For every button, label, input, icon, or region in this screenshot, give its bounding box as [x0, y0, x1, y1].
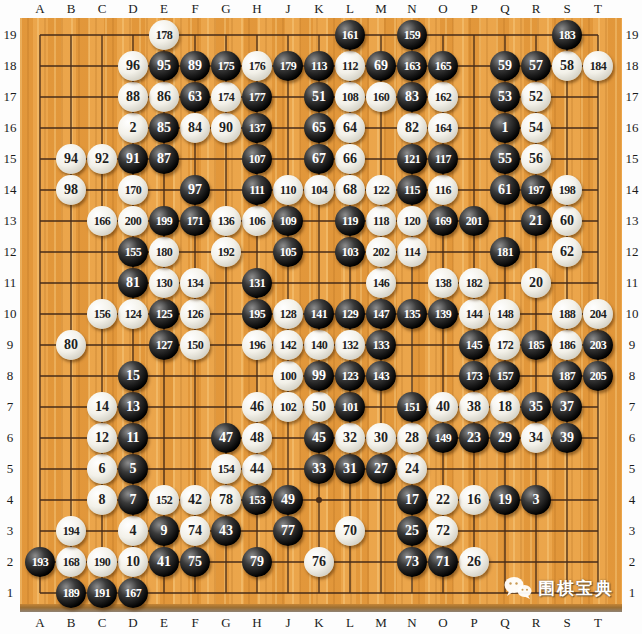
stone-white-P7[interactable]: 38 — [459, 392, 489, 422]
stone-black-H14[interactable]: 111 — [242, 175, 272, 205]
stone-white-D2[interactable]: 10 — [118, 547, 148, 577]
coord-right-14: 14 — [621, 181, 642, 199]
wechat-icon — [503, 576, 533, 600]
coord-bottom-G: G — [215, 614, 237, 632]
stone-white-N5[interactable]: 24 — [397, 454, 427, 484]
coord-bottom-L: L — [339, 614, 361, 632]
stone-black-Q16[interactable]: 1 — [490, 113, 520, 143]
stone-white-H6[interactable]: 48 — [242, 423, 272, 453]
stone-white-L18[interactable]: 112 — [335, 51, 365, 81]
stone-white-N16[interactable]: 82 — [397, 113, 427, 143]
stone-black-H10[interactable]: 195 — [242, 299, 272, 329]
stone-white-H9[interactable]: 196 — [242, 330, 272, 360]
coord-top-H: H — [246, 0, 268, 18]
stone-black-Q4[interactable]: 19 — [490, 485, 520, 515]
coord-left-5: 5 — [0, 460, 21, 478]
stone-white-D10[interactable]: 124 — [118, 299, 148, 329]
stone-white-O4[interactable]: 22 — [428, 485, 458, 515]
stone-white-S14[interactable]: 198 — [552, 175, 582, 205]
stone-white-M13[interactable]: 118 — [366, 206, 396, 236]
coord-top-F: F — [184, 0, 206, 18]
stone-black-D8[interactable]: 15 — [118, 361, 148, 391]
stone-black-Q17[interactable]: 53 — [490, 82, 520, 112]
coord-bottom-K: K — [308, 614, 330, 632]
stone-black-D12[interactable]: 155 — [118, 237, 148, 267]
stone-black-P9[interactable]: 145 — [459, 330, 489, 360]
coord-right-1: 1 — [621, 584, 642, 602]
stone-white-L17[interactable]: 108 — [335, 82, 365, 112]
coord-right-16: 16 — [621, 119, 642, 137]
stone-white-H7[interactable]: 46 — [242, 392, 272, 422]
stone-white-P2[interactable]: 26 — [459, 547, 489, 577]
stone-black-R9[interactable]: 185 — [521, 330, 551, 360]
stone-black-E18[interactable]: 95 — [149, 51, 179, 81]
stone-black-H2[interactable]: 79 — [242, 547, 272, 577]
coord-right-15: 15 — [621, 150, 642, 168]
stone-black-D7[interactable]: 13 — [118, 392, 148, 422]
stone-black-G3[interactable]: 43 — [211, 516, 241, 546]
stone-black-L13[interactable]: 119 — [335, 206, 365, 236]
stone-white-O3[interactable]: 72 — [428, 516, 458, 546]
stone-white-L16[interactable]: 64 — [335, 113, 365, 143]
stone-white-R17[interactable]: 52 — [521, 82, 551, 112]
stone-black-N18[interactable]: 163 — [397, 51, 427, 81]
stone-white-K14[interactable]: 104 — [304, 175, 334, 205]
stone-white-E17[interactable]: 86 — [149, 82, 179, 112]
stone-black-M5[interactable]: 27 — [366, 454, 396, 484]
stone-white-R16[interactable]: 54 — [521, 113, 551, 143]
coord-bottom-R: R — [525, 614, 547, 632]
coord-left-13: 13 — [0, 212, 21, 230]
stone-black-F2[interactable]: 75 — [180, 547, 210, 577]
stone-white-S18[interactable]: 58 — [552, 51, 582, 81]
stone-black-K8[interactable]: 99 — [304, 361, 334, 391]
stone-black-O6[interactable]: 149 — [428, 423, 458, 453]
stone-black-J4[interactable]: 49 — [273, 485, 303, 515]
stone-white-G16[interactable]: 90 — [211, 113, 241, 143]
star-point-K4 — [316, 497, 322, 503]
stone-black-M18[interactable]: 69 — [366, 51, 396, 81]
stone-white-S10[interactable]: 188 — [552, 299, 582, 329]
coord-top-E: E — [153, 0, 175, 18]
stone-white-M14[interactable]: 122 — [366, 175, 396, 205]
stone-black-F17[interactable]: 63 — [180, 82, 210, 112]
stone-white-O7[interactable]: 40 — [428, 392, 458, 422]
coord-right-12: 12 — [621, 243, 642, 261]
coord-right-17: 17 — [621, 88, 642, 106]
stone-black-L10[interactable]: 129 — [335, 299, 365, 329]
stone-black-Q8[interactable]: 157 — [490, 361, 520, 391]
stone-white-G12[interactable]: 192 — [211, 237, 241, 267]
stone-white-C2[interactable]: 190 — [87, 547, 117, 577]
stone-black-O2[interactable]: 71 — [428, 547, 458, 577]
coord-top-S: S — [556, 0, 578, 18]
coord-left-15: 15 — [0, 150, 21, 168]
stone-white-R11[interactable]: 20 — [521, 268, 551, 298]
coord-left-4: 4 — [0, 491, 21, 509]
stone-white-B3[interactable]: 194 — [56, 516, 86, 546]
coord-left-16: 16 — [0, 119, 21, 137]
stone-black-N3[interactable]: 25 — [397, 516, 427, 546]
stone-black-J13[interactable]: 109 — [273, 206, 303, 236]
stone-black-M8[interactable]: 143 — [366, 361, 396, 391]
stone-black-C1[interactable]: 191 — [87, 578, 117, 608]
stone-white-T18[interactable]: 184 — [583, 51, 613, 81]
stone-black-E16[interactable]: 85 — [149, 113, 179, 143]
stone-black-L5[interactable]: 31 — [335, 454, 365, 484]
coord-bottom-N: N — [401, 614, 423, 632]
stone-white-K2[interactable]: 76 — [304, 547, 334, 577]
coord-top-G: G — [215, 0, 237, 18]
stone-black-N15[interactable]: 121 — [397, 144, 427, 174]
stone-black-E15[interactable]: 87 — [149, 144, 179, 174]
stone-white-K7[interactable]: 50 — [304, 392, 334, 422]
stone-white-E19[interactable]: 178 — [149, 20, 179, 50]
stone-black-H17[interactable]: 177 — [242, 82, 272, 112]
stone-white-F3[interactable]: 74 — [180, 516, 210, 546]
coord-left-9: 9 — [0, 336, 21, 354]
coord-top-A: A — [29, 0, 51, 18]
stone-white-G4[interactable]: 78 — [211, 485, 241, 515]
stone-white-C15[interactable]: 92 — [87, 144, 117, 174]
coord-top-R: R — [525, 0, 547, 18]
stone-black-O13[interactable]: 169 — [428, 206, 458, 236]
stone-black-S19[interactable]: 183 — [552, 20, 582, 50]
coord-bottom-B: B — [60, 614, 82, 632]
stone-black-H16[interactable]: 137 — [242, 113, 272, 143]
stone-black-L8[interactable]: 123 — [335, 361, 365, 391]
stone-white-C10[interactable]: 156 — [87, 299, 117, 329]
stone-white-D16[interactable]: 2 — [118, 113, 148, 143]
stone-black-R7[interactable]: 35 — [521, 392, 551, 422]
stone-black-M10[interactable]: 147 — [366, 299, 396, 329]
coord-right-3: 3 — [621, 522, 642, 540]
stone-white-L15[interactable]: 66 — [335, 144, 365, 174]
stone-black-B1[interactable]: 189 — [56, 578, 86, 608]
stone-black-L19[interactable]: 161 — [335, 20, 365, 50]
coord-bottom-A: A — [29, 614, 51, 632]
stone-black-M9[interactable]: 133 — [366, 330, 396, 360]
coord-top-P: P — [463, 0, 485, 18]
coord-right-11: 11 — [621, 274, 642, 292]
stone-white-S9[interactable]: 186 — [552, 330, 582, 360]
stone-black-O10[interactable]: 139 — [428, 299, 458, 329]
stone-black-E9[interactable]: 127 — [149, 330, 179, 360]
coord-top-N: N — [401, 0, 423, 18]
stone-black-K17[interactable]: 51 — [304, 82, 334, 112]
stone-black-F13[interactable]: 171 — [180, 206, 210, 236]
coord-top-D: D — [122, 0, 144, 18]
stone-black-E10[interactable]: 125 — [149, 299, 179, 329]
coord-top-M: M — [370, 0, 392, 18]
stone-white-N13[interactable]: 120 — [397, 206, 427, 236]
stone-black-D6[interactable]: 11 — [118, 423, 148, 453]
stone-black-K6[interactable]: 45 — [304, 423, 334, 453]
stone-black-K5[interactable]: 33 — [304, 454, 334, 484]
stone-black-Q14[interactable]: 61 — [490, 175, 520, 205]
coord-bottom-C: C — [91, 614, 113, 632]
stone-black-G18[interactable]: 175 — [211, 51, 241, 81]
stone-white-C7[interactable]: 14 — [87, 392, 117, 422]
coord-left-14: 14 — [0, 181, 21, 199]
stone-black-R13[interactable]: 21 — [521, 206, 551, 236]
stone-white-O14[interactable]: 116 — [428, 175, 458, 205]
watermark: 围棋宝典 — [503, 576, 614, 600]
coord-top-J: J — [277, 0, 299, 18]
stone-white-D3[interactable]: 4 — [118, 516, 148, 546]
stone-black-H4[interactable]: 153 — [242, 485, 272, 515]
stone-white-G17[interactable]: 174 — [211, 82, 241, 112]
stone-black-P13[interactable]: 201 — [459, 206, 489, 236]
stone-white-D18[interactable]: 96 — [118, 51, 148, 81]
stone-white-G5[interactable]: 154 — [211, 454, 241, 484]
coord-top-Q: Q — [494, 0, 516, 18]
stone-white-O17[interactable]: 162 — [428, 82, 458, 112]
stone-white-N12[interactable]: 114 — [397, 237, 427, 267]
stone-white-L9[interactable]: 132 — [335, 330, 365, 360]
stone-white-P11[interactable]: 182 — [459, 268, 489, 298]
stone-black-D5[interactable]: 5 — [118, 454, 148, 484]
stone-white-F4[interactable]: 42 — [180, 485, 210, 515]
coord-right-8: 8 — [621, 367, 642, 385]
stone-black-Q15[interactable]: 55 — [490, 144, 520, 174]
coord-right-4: 4 — [621, 491, 642, 509]
stone-black-H11[interactable]: 131 — [242, 268, 272, 298]
coord-right-5: 5 — [621, 460, 642, 478]
stone-black-J12[interactable]: 105 — [273, 237, 303, 267]
stone-black-H15[interactable]: 107 — [242, 144, 272, 174]
stone-black-N4[interactable]: 17 — [397, 485, 427, 515]
stone-black-F18[interactable]: 89 — [180, 51, 210, 81]
stone-white-Q10[interactable]: 148 — [490, 299, 520, 329]
stone-white-D17[interactable]: 88 — [118, 82, 148, 112]
stone-white-H5[interactable]: 44 — [242, 454, 272, 484]
coord-right-6: 6 — [621, 429, 642, 447]
stone-black-R14[interactable]: 197 — [521, 175, 551, 205]
stone-black-T8[interactable]: 205 — [583, 361, 613, 391]
coord-left-10: 10 — [0, 305, 21, 323]
stone-white-N6[interactable]: 28 — [397, 423, 427, 453]
stone-white-B14[interactable]: 98 — [56, 175, 86, 205]
coord-left-7: 7 — [0, 398, 21, 416]
coord-left-11: 11 — [0, 274, 21, 292]
stone-black-Q12[interactable]: 181 — [490, 237, 520, 267]
go-board[interactable]: 围棋宝典 12345678910111213141516171819202122… — [20, 18, 622, 612]
stone-black-T9[interactable]: 203 — [583, 330, 613, 360]
stone-white-S12[interactable]: 62 — [552, 237, 582, 267]
stone-white-L6[interactable]: 32 — [335, 423, 365, 453]
stone-white-L3[interactable]: 70 — [335, 516, 365, 546]
stone-white-R15[interactable]: 56 — [521, 144, 551, 174]
stone-black-N17[interactable]: 83 — [397, 82, 427, 112]
stone-white-M12[interactable]: 202 — [366, 237, 396, 267]
stone-black-F14[interactable]: 97 — [180, 175, 210, 205]
coord-left-1: 1 — [0, 584, 21, 602]
stone-black-N10[interactable]: 135 — [397, 299, 427, 329]
stone-white-J14[interactable]: 110 — [273, 175, 303, 205]
stone-white-E12[interactable]: 180 — [149, 237, 179, 267]
stone-black-R18[interactable]: 57 — [521, 51, 551, 81]
stone-white-D14[interactable]: 170 — [118, 175, 148, 205]
stone-white-H13[interactable]: 106 — [242, 206, 272, 236]
stone-white-R6[interactable]: 34 — [521, 423, 551, 453]
coord-left-3: 3 — [0, 522, 21, 540]
stone-white-T10[interactable]: 204 — [583, 299, 613, 329]
stone-white-K9[interactable]: 140 — [304, 330, 334, 360]
stone-white-L14[interactable]: 68 — [335, 175, 365, 205]
coord-left-17: 17 — [0, 88, 21, 106]
stone-white-C6[interactable]: 12 — [87, 423, 117, 453]
stone-black-P6[interactable]: 23 — [459, 423, 489, 453]
stone-white-O11[interactable]: 138 — [428, 268, 458, 298]
stone-white-M6[interactable]: 30 — [366, 423, 396, 453]
stone-white-C5[interactable]: 6 — [87, 454, 117, 484]
coord-bottom-S: S — [556, 614, 578, 632]
coord-top-C: C — [91, 0, 113, 18]
stone-black-S7[interactable]: 37 — [552, 392, 582, 422]
stone-white-F10[interactable]: 126 — [180, 299, 210, 329]
stone-white-F9[interactable]: 150 — [180, 330, 210, 360]
stone-black-J18[interactable]: 179 — [273, 51, 303, 81]
stone-white-M11[interactable]: 146 — [366, 268, 396, 298]
stone-black-K10[interactable]: 141 — [304, 299, 334, 329]
coord-left-8: 8 — [0, 367, 21, 385]
coord-bottom-P: P — [463, 614, 485, 632]
coord-right-10: 10 — [621, 305, 642, 323]
stone-white-G13[interactable]: 136 — [211, 206, 241, 236]
coord-bottom-T: T — [587, 614, 609, 632]
stone-black-S6[interactable]: 39 — [552, 423, 582, 453]
coord-top-T: T — [587, 0, 609, 18]
coord-right-2: 2 — [621, 553, 642, 571]
coord-right-19: 19 — [621, 26, 642, 44]
stone-black-S8[interactable]: 187 — [552, 361, 582, 391]
coord-left-6: 6 — [0, 429, 21, 447]
coord-top-K: K — [308, 0, 330, 18]
stone-black-K15[interactable]: 67 — [304, 144, 334, 174]
stone-black-N7[interactable]: 151 — [397, 392, 427, 422]
stone-black-K18[interactable]: 113 — [304, 51, 334, 81]
stone-white-D13[interactable]: 200 — [118, 206, 148, 236]
stone-white-S13[interactable]: 60 — [552, 206, 582, 236]
stone-white-E11[interactable]: 130 — [149, 268, 179, 298]
stone-black-N19[interactable]: 159 — [397, 20, 427, 50]
coord-right-18: 18 — [621, 57, 642, 75]
coord-right-7: 7 — [621, 398, 642, 416]
stone-white-P4[interactable]: 16 — [459, 485, 489, 515]
stone-black-O15[interactable]: 117 — [428, 144, 458, 174]
coord-right-9: 9 — [621, 336, 642, 354]
watermark-text: 围棋宝典 — [538, 577, 614, 600]
coord-left-2: 2 — [0, 553, 21, 571]
stone-white-F11[interactable]: 134 — [180, 268, 210, 298]
stone-black-L12[interactable]: 103 — [335, 237, 365, 267]
coord-top-L: L — [339, 0, 361, 18]
stone-black-E3[interactable]: 9 — [149, 516, 179, 546]
go-diagram-page: 围棋宝典 12345678910111213141516171819202122… — [0, 0, 642, 634]
stone-white-P10[interactable]: 144 — [459, 299, 489, 329]
coord-bottom-O: O — [432, 614, 454, 632]
coord-left-19: 19 — [0, 26, 21, 44]
coord-right-13: 13 — [621, 212, 642, 230]
stone-white-B15[interactable]: 94 — [56, 144, 86, 174]
coord-bottom-H: H — [246, 614, 268, 632]
stone-white-M17[interactable]: 160 — [366, 82, 396, 112]
stone-white-Q7[interactable]: 18 — [490, 392, 520, 422]
stone-black-D4[interactable]: 7 — [118, 485, 148, 515]
stone-black-P8[interactable]: 173 — [459, 361, 489, 391]
stone-white-E4[interactable]: 152 — [149, 485, 179, 515]
coord-bottom-D: D — [122, 614, 144, 632]
stone-white-B2[interactable]: 168 — [56, 547, 86, 577]
stone-black-D11[interactable]: 81 — [118, 268, 148, 298]
coord-bottom-M: M — [370, 614, 392, 632]
stone-black-L7[interactable]: 101 — [335, 392, 365, 422]
stone-black-Q6[interactable]: 29 — [490, 423, 520, 453]
coord-bottom-F: F — [184, 614, 206, 632]
stone-white-C13[interactable]: 166 — [87, 206, 117, 236]
stone-white-J10[interactable]: 128 — [273, 299, 303, 329]
stone-white-J8[interactable]: 100 — [273, 361, 303, 391]
stone-black-K16[interactable]: 65 — [304, 113, 334, 143]
stone-black-N2[interactable]: 73 — [397, 547, 427, 577]
stone-black-G6[interactable]: 47 — [211, 423, 241, 453]
stone-white-H18[interactable]: 176 — [242, 51, 272, 81]
coord-bottom-J: J — [277, 614, 299, 632]
stone-white-Q9[interactable]: 172 — [490, 330, 520, 360]
stone-black-J3[interactable]: 77 — [273, 516, 303, 546]
stone-white-F16[interactable]: 84 — [180, 113, 210, 143]
stone-black-R4[interactable]: 3 — [521, 485, 551, 515]
stone-white-C4[interactable]: 8 — [87, 485, 117, 515]
coord-left-12: 12 — [0, 243, 21, 261]
coord-left-18: 18 — [0, 57, 21, 75]
stone-black-A2[interactable]: 193 — [25, 547, 55, 577]
coord-top-B: B — [60, 0, 82, 18]
coord-top-O: O — [432, 0, 454, 18]
stone-black-D1[interactable]: 167 — [118, 578, 148, 608]
stone-white-J9[interactable]: 142 — [273, 330, 303, 360]
stone-black-D15[interactable]: 91 — [118, 144, 148, 174]
stone-white-J7[interactable]: 102 — [273, 392, 303, 422]
stone-black-O18[interactable]: 165 — [428, 51, 458, 81]
stone-white-O16[interactable]: 164 — [428, 113, 458, 143]
stone-black-Q18[interactable]: 59 — [490, 51, 520, 81]
coord-bottom-E: E — [153, 614, 175, 632]
stone-black-E13[interactable]: 199 — [149, 206, 179, 236]
stone-black-N14[interactable]: 115 — [397, 175, 427, 205]
coord-bottom-Q: Q — [494, 614, 516, 632]
stone-black-E2[interactable]: 41 — [149, 547, 179, 577]
stone-white-B9[interactable]: 80 — [56, 330, 86, 360]
